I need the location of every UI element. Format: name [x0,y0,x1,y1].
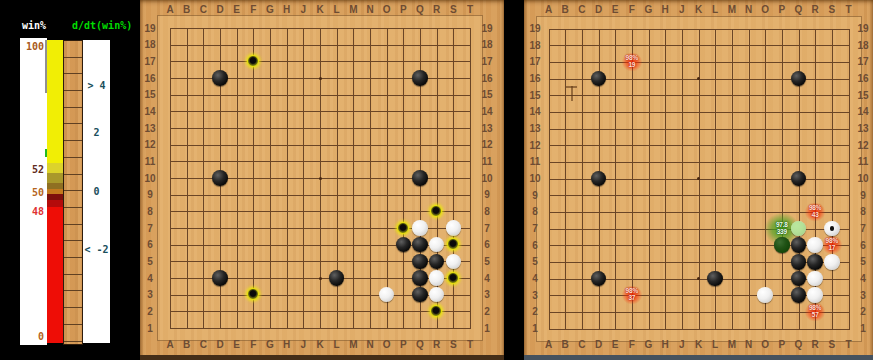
coord-bottom-M: M [724,338,740,351]
coord-top-C: C [574,3,590,16]
black-stone-D16 [212,70,228,86]
star-point-K10 [697,177,700,180]
coord-left-10: 10 [141,172,159,185]
heat-label-R2: 98%57 [798,304,832,318]
history-line [45,40,47,93]
coord-left-13: 13 [526,122,544,135]
coord-top-K: K [691,3,707,16]
coord-right-18: 18 [855,39,871,52]
coord-top-O: O [379,3,395,16]
win-percent-label: win% [22,20,46,31]
coord-right-6: 6 [855,239,871,252]
coord-bottom-Q: Q [791,338,807,351]
coord-top-N: N [741,3,757,16]
coord-right-9: 9 [479,188,495,201]
coord-left-1: 1 [526,322,544,335]
coord-left-13: 13 [141,122,159,135]
gauge-segment-2 [47,173,63,183]
coord-bottom-L: L [707,338,723,351]
coord-bottom-K: K [312,338,328,351]
coord-right-7: 7 [855,222,871,235]
coord-left-9: 9 [141,188,159,201]
coord-bottom-D: D [591,338,607,351]
coord-top-T: T [841,3,857,16]
coord-top-D: D [591,3,607,16]
coord-right-3: 3 [479,288,495,301]
candidate-mark-R2 [430,305,442,317]
coord-right-4: 4 [855,272,871,285]
coord-top-D: D [212,3,228,16]
grid-line-v [370,28,371,329]
star-point-K4 [319,277,322,280]
coord-bottom-F: F [245,338,261,351]
black-stone-Q5 [791,254,807,270]
coord-top-E: E [229,3,245,16]
black-stone-D10 [212,170,228,186]
coord-right-17: 17 [479,55,495,68]
coord-right-6: 6 [479,238,495,251]
stone-tint-P6 [774,237,790,253]
coord-bottom-L: L [329,338,345,351]
grid-line-h [170,311,471,312]
coord-left-18: 18 [526,39,544,52]
last-move-dot [830,226,835,231]
coord-top-B: B [557,3,573,16]
grid-line-h [549,329,850,330]
coord-right-3: 3 [855,289,871,302]
coord-right-5: 5 [479,255,495,268]
coord-left-16: 16 [141,72,159,85]
coord-bottom-N: N [362,338,378,351]
coord-bottom-G: G [262,338,278,351]
coord-right-8: 8 [479,205,495,218]
candidate-mark-S6 [447,238,459,250]
star-point-K16 [319,77,322,80]
coord-top-L: L [707,3,723,16]
coord-right-15: 15 [855,89,871,102]
coord-left-4: 4 [526,272,544,285]
grid-line-v [732,29,733,330]
coord-left-7: 7 [141,222,159,235]
black-stone-L4 [329,270,345,286]
coord-left-12: 12 [526,139,544,152]
coord-top-A: A [541,3,557,16]
ddt-win-label: d/dt(win%) [72,20,132,31]
coord-right-11: 11 [855,155,871,168]
coord-right-4: 4 [479,272,495,285]
coord-bottom-N: N [741,338,757,351]
coord-bottom-B: B [179,338,195,351]
white-stone-S5 [446,254,462,270]
coord-bottom-C: C [574,338,590,351]
coord-bottom-F: F [624,338,640,351]
coord-right-12: 12 [855,139,871,152]
win-tick-100: 100 [20,41,44,52]
black-stone-Q10 [412,170,428,186]
coord-bottom-Q: Q [412,338,428,351]
board-mark-B15 [571,86,573,101]
coord-right-9: 9 [855,189,871,202]
coord-bottom-G: G [641,338,657,351]
win-tick-strip: 1005250480 [20,38,47,345]
grid-line-h [170,195,471,196]
heat-winrate: 98% [798,304,832,311]
coord-left-2: 2 [526,305,544,318]
board-bottom-edge [524,355,873,360]
coord-right-14: 14 [855,105,871,118]
heat-winrate: 98% [615,54,649,61]
black-stone-R5 [807,254,823,270]
coord-right-19: 19 [479,22,495,35]
coord-bottom-P: P [774,338,790,351]
heat-visits: 17 [815,244,849,251]
coord-bottom-T: T [462,338,478,351]
black-stone-Q3 [412,287,428,303]
coord-left-5: 5 [141,255,159,268]
heat-label-S6: 98%17 [815,237,849,251]
coord-top-N: N [362,3,378,16]
candidate-mark-F17 [247,55,259,67]
coord-top-J: J [674,3,690,16]
ddt-tick: 0 [83,186,110,197]
coord-top-H: H [279,3,295,16]
grid-line-v [849,29,850,330]
coord-bottom-M: M [345,338,361,351]
candidate-mark-R8 [430,205,442,217]
coord-right-2: 2 [855,305,871,318]
black-stone-Q5 [412,254,428,270]
coord-right-13: 13 [855,122,871,135]
heat-winrate: 97.8 [765,221,799,228]
coord-right-12: 12 [479,138,495,151]
heat-visits: 57 [798,311,832,318]
coord-bottom-J: J [674,338,690,351]
heat-visits: 19 [615,61,649,68]
coord-top-G: G [641,3,657,16]
coord-left-1: 1 [141,322,159,335]
gauge-segment-7 [47,207,63,343]
coord-top-T: T [462,3,478,16]
win-gauge-bar [47,40,63,343]
heat-label-R8: 98%43 [798,204,832,218]
grid-line-v [765,29,766,330]
ddt-tick: 2 [83,127,110,138]
coord-left-17: 17 [141,55,159,68]
coord-left-6: 6 [526,239,544,252]
coord-top-R: R [807,3,823,16]
heat-label-F3: 98%37 [615,287,649,301]
coord-bottom-H: H [657,338,673,351]
coord-top-K: K [312,3,328,16]
heat-winrate: 98% [798,204,832,211]
coord-top-R: R [429,3,445,16]
coord-left-14: 14 [141,105,159,118]
coord-bottom-T: T [841,338,857,351]
analysis-board[interactable]: AABBCCDDEEFFGGHHJJKKLLMMNNOOPPQQRRSSTT19… [524,0,873,360]
grid-line-v [453,28,454,329]
coord-bottom-A: A [162,338,178,351]
grid-line-h [170,328,471,329]
board-mark-top-B15 [566,86,577,88]
coord-bottom-H: H [279,338,295,351]
ddt-tick: > 4 [83,80,110,91]
coord-top-F: F [245,3,261,16]
star-point-K10 [319,177,322,180]
white-stone-Q7 [412,220,428,236]
grid-line-v [782,29,783,330]
heat-label-P7: 97.8339 [765,221,799,235]
white-stone-R4 [429,270,445,286]
coord-top-O: O [757,3,773,16]
coord-top-P: P [395,3,411,16]
coord-right-15: 15 [479,88,495,101]
coord-left-11: 11 [141,155,159,168]
position-board[interactable]: AABBCCDDEEFFGGHHJJKKLLMMNNOOPPQQRRSSTT19… [140,0,504,360]
coord-bottom-K: K [691,338,707,351]
coord-top-M: M [345,3,361,16]
black-stone-D4 [212,270,228,286]
black-stone-Q6 [791,237,807,253]
coord-bottom-O: O [757,338,773,351]
win-tick-0: 0 [20,331,44,342]
coord-bottom-S: S [445,338,461,351]
coord-right-1: 1 [855,322,871,335]
coord-top-A: A [162,3,178,16]
coord-bottom-E: E [607,338,623,351]
coord-left-9: 9 [526,189,544,202]
coord-top-S: S [824,3,840,16]
black-stone-Q4 [412,270,428,286]
gauge-segment-1 [47,163,63,173]
coord-right-10: 10 [855,172,871,185]
coord-bottom-A: A [541,338,557,351]
coord-left-8: 8 [526,205,544,218]
candidate-mark-S4 [447,272,459,284]
black-stone-Q6 [412,237,428,253]
coord-right-16: 16 [855,72,871,85]
coord-left-6: 6 [141,238,159,251]
coord-left-16: 16 [526,72,544,85]
delta-line [45,149,47,157]
grid-line-v [387,28,388,329]
coord-left-10: 10 [526,172,544,185]
coord-top-Q: Q [791,3,807,16]
coord-top-P: P [774,3,790,16]
coord-top-B: B [179,3,195,16]
coord-left-19: 19 [141,22,159,35]
win-tick-52: 52 [20,164,44,175]
candidate-mark-P7 [397,222,409,234]
white-stone-R4 [807,271,823,287]
coord-bottom-J: J [295,338,311,351]
coord-right-2: 2 [479,305,495,318]
white-stone-O3 [757,287,773,303]
coord-bottom-S: S [824,338,840,351]
ddt-scale-strip [63,40,83,345]
go-review-app: win% d/dt(win%) 1005250480 > 420< -2 AAB… [0,0,873,360]
grid-line-v [403,28,404,329]
coord-top-E: E [607,3,623,16]
grid-line-h [170,211,471,212]
coord-bottom-R: R [807,338,823,351]
coord-top-L: L [329,3,345,16]
coord-left-3: 3 [526,289,544,302]
coord-left-17: 17 [526,55,544,68]
ddt-tick: < -2 [83,244,110,255]
star-point-K4 [697,277,700,280]
coord-left-11: 11 [526,155,544,168]
coord-right-17: 17 [855,55,871,68]
board-bottom-edge [140,355,504,360]
coord-right-10: 10 [479,172,495,185]
coord-right-5: 5 [855,255,871,268]
coord-right-14: 14 [479,105,495,118]
grid-line-v [749,29,750,330]
coord-left-18: 18 [141,38,159,51]
coord-right-16: 16 [479,72,495,85]
coord-top-H: H [657,3,673,16]
grid-line-v [470,28,471,329]
heat-visits: 43 [798,211,832,218]
win-rate-gauge: win% d/dt(win%) 1005250480 > 420< -2 [0,0,140,360]
black-stone-Q16 [412,70,428,86]
coord-top-F: F [624,3,640,16]
gauge-segment-6 [47,200,63,207]
coord-right-11: 11 [479,155,495,168]
heat-visits: 37 [615,294,649,301]
coord-right-13: 13 [479,122,495,135]
coord-left-2: 2 [141,305,159,318]
coord-left-5: 5 [526,255,544,268]
coord-bottom-D: D [212,338,228,351]
coord-top-G: G [262,3,278,16]
coord-left-15: 15 [526,89,544,102]
coord-bottom-E: E [229,338,245,351]
ddt-tick-strip: > 420< -2 [83,40,110,343]
white-stone-R3 [807,287,823,303]
coord-right-7: 7 [479,222,495,235]
coord-right-8: 8 [855,205,871,218]
coord-top-J: J [295,3,311,16]
white-stone-S7 [446,220,462,236]
coord-top-Q: Q [412,3,428,16]
heat-visits: 339 [765,228,799,235]
win-tick-50: 50 [20,187,44,198]
grid-line-v [832,29,833,330]
coord-right-18: 18 [479,38,495,51]
coord-left-15: 15 [141,88,159,101]
coord-top-M: M [724,3,740,16]
coord-left-19: 19 [526,22,544,35]
coord-left-4: 4 [141,272,159,285]
black-stone-Q3 [791,287,807,303]
win-tick-48: 48 [20,206,44,217]
coord-bottom-B: B [557,338,573,351]
candidate-mark-F3 [247,288,259,300]
coord-right-1: 1 [479,322,495,335]
grid-line-h [549,195,850,196]
coord-left-12: 12 [141,138,159,151]
heat-label-F17: 98%19 [615,54,649,68]
coord-left-8: 8 [141,205,159,218]
coord-left-3: 3 [141,288,159,301]
coord-left-7: 7 [526,222,544,235]
coord-bottom-O: O [379,338,395,351]
coord-bottom-R: R [429,338,445,351]
coord-bottom-P: P [395,338,411,351]
gauge-segment-0 [47,40,63,163]
grid-line-v [353,28,354,329]
coord-bottom-C: C [195,338,211,351]
coord-top-S: S [445,3,461,16]
white-stone-S5 [824,254,840,270]
coord-top-C: C [195,3,211,16]
coord-left-14: 14 [526,105,544,118]
black-stone-L4 [707,271,723,287]
star-point-K16 [697,77,700,80]
coord-right-19: 19 [855,22,871,35]
